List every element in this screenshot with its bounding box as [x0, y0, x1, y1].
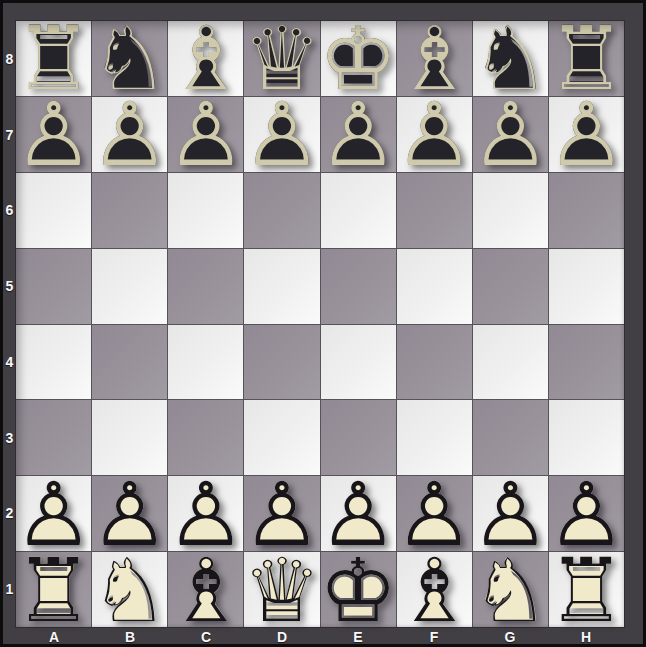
- piece-black-pawn[interactable]: ♟♙: [321, 97, 396, 172]
- square-h6[interactable]: [549, 173, 624, 248]
- square-g4[interactable]: [473, 325, 548, 400]
- piece-black-pawn[interactable]: ♟♙: [168, 97, 243, 172]
- pawn-outline-glyph: ♙: [397, 98, 472, 173]
- square-c6[interactable]: [168, 173, 243, 248]
- rank-label-5: 5: [3, 248, 16, 324]
- square-c5[interactable]: [168, 249, 243, 324]
- piece-white-rook[interactable]: ♜♖: [16, 552, 91, 627]
- rook-outline-glyph: ♖: [16, 553, 91, 628]
- square-d4[interactable]: [244, 325, 319, 400]
- file-label-c: C: [168, 629, 244, 644]
- square-d5[interactable]: [244, 249, 319, 324]
- rank-labels: 87654321: [3, 21, 16, 627]
- square-a5[interactable]: [16, 249, 91, 324]
- piece-black-pawn[interactable]: ♟♙: [397, 97, 472, 172]
- square-b7[interactable]: ♟♙: [92, 97, 167, 172]
- square-f1[interactable]: ♝♗: [397, 552, 472, 627]
- square-c4[interactable]: [168, 325, 243, 400]
- file-label-h: H: [548, 629, 624, 644]
- square-g7[interactable]: ♟♙: [473, 97, 548, 172]
- square-e7[interactable]: ♟♙: [321, 97, 396, 172]
- rank-label-3: 3: [3, 400, 16, 476]
- square-g1[interactable]: ♞♘: [473, 552, 548, 627]
- piece-white-king[interactable]: ♚♔: [321, 552, 396, 627]
- square-d6[interactable]: [244, 173, 319, 248]
- pawn-outline-glyph: ♙: [321, 98, 396, 173]
- pawn-outline-glyph: ♙: [92, 98, 167, 173]
- pawn-outline-glyph: ♙: [549, 98, 624, 173]
- piece-white-bishop[interactable]: ♝♗: [397, 552, 472, 627]
- square-b6[interactable]: [92, 173, 167, 248]
- square-f6[interactable]: [397, 173, 472, 248]
- pawn-outline-glyph: ♙: [16, 98, 91, 173]
- square-h4[interactable]: [549, 325, 624, 400]
- file-label-g: G: [472, 629, 548, 644]
- knight-outline-glyph: ♘: [92, 553, 167, 628]
- piece-black-pawn[interactable]: ♟♙: [92, 97, 167, 172]
- square-c1[interactable]: ♝♗: [168, 552, 243, 627]
- square-e6[interactable]: [321, 173, 396, 248]
- pawn-outline-glyph: ♙: [168, 98, 243, 173]
- piece-black-pawn[interactable]: ♟♙: [16, 97, 91, 172]
- rank-label-2: 2: [3, 476, 16, 552]
- square-h7[interactable]: ♟♙: [549, 97, 624, 172]
- chess-board: ♜♖♞♘♝♗♛♕♚♔♝♗♞♘♜♖♟♙♟♙♟♙♟♙♟♙♟♙♟♙♟♙♟♙♟♙♟♙♟♙…: [16, 21, 624, 627]
- piece-black-pawn[interactable]: ♟♙: [473, 97, 548, 172]
- bishop-outline-glyph: ♗: [397, 553, 472, 628]
- rank-label-6: 6: [3, 173, 16, 249]
- file-label-a: A: [16, 629, 92, 644]
- piece-white-knight[interactable]: ♞♘: [473, 552, 548, 627]
- file-label-e: E: [320, 629, 396, 644]
- bishop-outline-glyph: ♗: [168, 553, 243, 628]
- pawn-outline-glyph: ♙: [244, 98, 319, 173]
- square-e5[interactable]: [321, 249, 396, 324]
- rank-label-7: 7: [3, 97, 16, 173]
- piece-white-knight[interactable]: ♞♘: [92, 552, 167, 627]
- queen-outline-glyph: ♕: [244, 553, 319, 628]
- square-g5[interactable]: [473, 249, 548, 324]
- piece-black-pawn[interactable]: ♟♙: [244, 97, 319, 172]
- square-h1[interactable]: ♜♖: [549, 552, 624, 627]
- square-e4[interactable]: [321, 325, 396, 400]
- piece-white-rook[interactable]: ♜♖: [549, 552, 624, 627]
- square-g6[interactable]: [473, 173, 548, 248]
- square-d7[interactable]: ♟♙: [244, 97, 319, 172]
- square-a4[interactable]: [16, 325, 91, 400]
- knight-outline-glyph: ♘: [473, 553, 548, 628]
- rank-label-1: 1: [3, 551, 16, 627]
- square-f5[interactable]: [397, 249, 472, 324]
- square-e1[interactable]: ♚♔: [321, 552, 396, 627]
- piece-white-bishop[interactable]: ♝♗: [168, 552, 243, 627]
- file-label-d: D: [244, 629, 320, 644]
- square-h5[interactable]: [549, 249, 624, 324]
- square-f4[interactable]: [397, 325, 472, 400]
- rank-label-8: 8: [3, 21, 16, 97]
- file-label-f: F: [396, 629, 472, 644]
- square-d1[interactable]: ♛♕: [244, 552, 319, 627]
- pawn-outline-glyph: ♙: [473, 98, 548, 173]
- square-b4[interactable]: [92, 325, 167, 400]
- square-a6[interactable]: [16, 173, 91, 248]
- file-labels: ABCDEFGH: [16, 629, 624, 644]
- square-b5[interactable]: [92, 249, 167, 324]
- square-b1[interactable]: ♞♘: [92, 552, 167, 627]
- chess-app-window: ♜♖♞♘♝♗♛♕♚♔♝♗♞♘♜♖♟♙♟♙♟♙♟♙♟♙♟♙♟♙♟♙♟♙♟♙♟♙♟♙…: [0, 0, 646, 647]
- king-outline-glyph: ♔: [321, 553, 396, 628]
- rook-outline-glyph: ♖: [549, 553, 624, 628]
- square-a7[interactable]: ♟♙: [16, 97, 91, 172]
- square-c7[interactable]: ♟♙: [168, 97, 243, 172]
- piece-black-pawn[interactable]: ♟♙: [549, 97, 624, 172]
- file-label-b: B: [92, 629, 168, 644]
- piece-white-queen[interactable]: ♛♕: [244, 552, 319, 627]
- rank-label-4: 4: [3, 324, 16, 400]
- square-f7[interactable]: ♟♙: [397, 97, 472, 172]
- square-a1[interactable]: ♜♖: [16, 552, 91, 627]
